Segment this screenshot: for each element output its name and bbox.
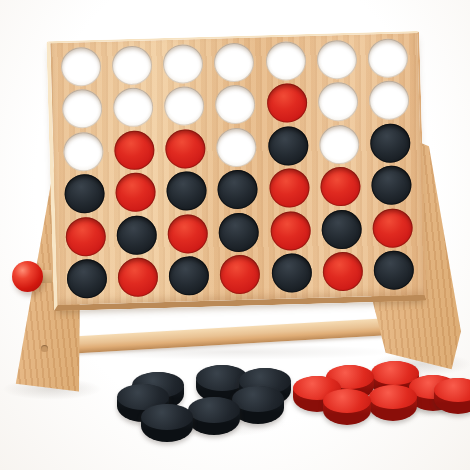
cell-r1c6[interactable] [311,37,363,81]
empty-hole [63,131,104,171]
cell-r4c6[interactable] [314,165,366,209]
empty-hole [214,42,255,82]
cell-r2c6[interactable] [312,80,364,124]
red-disc [220,255,261,295]
black-disc [166,171,207,211]
cell-r2c5[interactable] [261,81,313,125]
cell-r5c3[interactable] [162,212,214,256]
cell-r2c7[interactable] [363,78,415,122]
cell-r1c4[interactable] [208,40,260,84]
connect-four-scene [0,0,470,470]
cell-r5c1[interactable] [59,215,111,259]
cell-r1c5[interactable] [260,39,312,83]
red-disc [372,208,413,248]
black-disc [268,126,309,166]
cell-r5c2[interactable] [110,213,162,257]
empty-hole [113,88,154,128]
cell-r3c5[interactable] [262,124,314,168]
empty-hole [164,86,205,126]
empty-hole [216,127,257,167]
black-disc [219,212,260,252]
black-disc [64,174,105,214]
cell-r3c6[interactable] [313,122,365,166]
cell-r2c3[interactable] [158,84,210,128]
tray-disc-black[interactable] [141,404,193,442]
cell-r2c2[interactable] [107,86,159,130]
cell-r1c7[interactable] [362,36,414,80]
red-disc [167,214,208,254]
cell-r4c3[interactable] [161,169,213,213]
cell-r4c7[interactable] [366,163,418,207]
empty-hole [163,44,204,84]
cell-r6c6[interactable] [317,250,369,294]
cell-r4c5[interactable] [263,166,315,210]
board-grid [50,33,424,305]
cell-r6c7[interactable] [368,248,420,292]
cell-r5c4[interactable] [213,210,265,254]
tray-disc-red[interactable] [369,385,417,421]
cell-r3c4[interactable] [211,125,263,169]
empty-hole [316,39,357,79]
cell-r6c5[interactable] [265,251,317,295]
empty-hole [318,82,359,122]
red-disc [117,257,158,297]
cell-r3c3[interactable] [159,127,211,171]
black-disc [374,250,415,290]
cell-r4c4[interactable] [212,168,264,212]
black-disc [116,215,157,255]
cell-r1c3[interactable] [157,42,209,86]
black-disc [321,209,362,249]
cell-r6c1[interactable] [60,257,112,301]
cell-r6c2[interactable] [112,256,164,300]
cell-r2c4[interactable] [209,83,261,127]
cell-r2c1[interactable] [56,87,108,131]
empty-hole [319,124,360,164]
empty-hole [369,80,410,120]
red-disc [65,216,106,256]
cell-r6c4[interactable] [214,253,266,297]
red-disc [115,173,156,213]
cell-r5c6[interactable] [316,207,368,251]
black-disc-tray[interactable] [128,360,288,450]
game-board [46,31,426,311]
empty-hole [60,47,101,87]
cell-r4c1[interactable] [58,172,110,216]
cell-r3c2[interactable] [108,128,160,172]
red-disc [114,130,155,170]
cell-r3c1[interactable] [57,130,109,174]
red-disc [320,167,361,207]
cell-r6c3[interactable] [163,254,215,298]
cell-r1c1[interactable] [54,45,106,89]
black-disc [169,256,210,296]
red-disc [322,252,363,292]
tray-disc-red[interactable] [434,378,470,414]
red-disc [269,168,310,208]
release-knob[interactable] [12,261,43,292]
cell-r1c2[interactable] [106,43,158,87]
empty-hole [215,85,256,125]
red-disc [266,83,307,123]
black-disc [66,259,107,299]
red-disc-tray[interactable] [302,352,470,438]
dowel-plug [41,345,48,352]
tray-disc-red[interactable] [323,389,371,425]
black-disc [217,170,258,210]
empty-hole [61,89,102,129]
black-disc [271,253,312,293]
black-disc [371,165,412,205]
red-disc [165,129,206,169]
empty-hole [368,38,409,78]
red-disc [270,211,311,251]
tray-disc-black[interactable] [188,397,240,435]
cell-r5c7[interactable] [367,206,419,250]
cell-r4c2[interactable] [109,171,161,215]
empty-hole [111,45,152,85]
cell-r3c7[interactable] [364,121,416,165]
empty-hole [265,41,306,81]
cell-r5c5[interactable] [264,209,316,253]
black-disc [370,123,411,163]
